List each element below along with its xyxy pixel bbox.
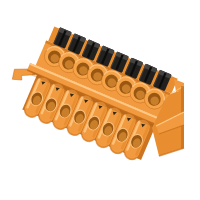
connector-body <box>0 17 180 165</box>
product-photo-canvas <box>0 0 200 200</box>
terminal-block-connector <box>0 0 200 200</box>
